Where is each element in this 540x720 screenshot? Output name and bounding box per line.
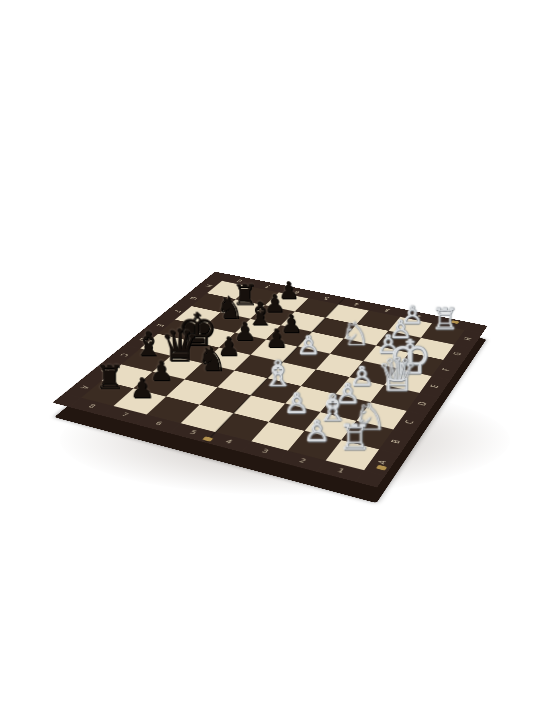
coordinate-label: G — [187, 296, 196, 300]
coordinate-label: 7 — [120, 412, 129, 417]
board-scene: ABCDEFGH8♜♝87♟♟♛♚♞♜76♞♟♟♝♟♟65♟♟54♗♙43♙♘3… — [0, 0, 540, 720]
coordinate-label: 4 — [224, 439, 233, 445]
coordinate-label: E — [430, 384, 440, 388]
coordinate-label: G — [453, 352, 462, 356]
coordinate-label: A — [78, 385, 88, 389]
coordinate-label: 6 — [154, 421, 163, 426]
coordinate-label: 2 — [298, 458, 307, 464]
coordinate-label: D — [137, 337, 147, 341]
coordinate-label: B — [391, 439, 402, 444]
coordinate-label: C — [118, 352, 128, 356]
coordinate-label: 5 — [323, 296, 330, 300]
coordinate-label: C — [405, 420, 415, 425]
coordinate-label: F — [172, 310, 181, 313]
chess-board: ABCDEFGH8♜♝87♟♟♛♚♞♜76♞♟♟♝♟♟65♟♟54♗♙43♙♘3… — [53, 272, 488, 488]
coordinate-label: 8 — [236, 279, 243, 282]
square-h2: ♙ — [389, 317, 433, 338]
board-border — [465, 322, 488, 333]
coordinate-label: 7 — [265, 284, 272, 288]
coordinate-label: 8 — [87, 404, 96, 409]
coordinate-label: 6 — [294, 290, 301, 294]
coordinate-label: 4 — [353, 302, 360, 306]
coordinate-label: 1 — [336, 468, 345, 474]
coordinate-label: 5 — [188, 430, 197, 436]
coordinate-label: 2 — [416, 314, 423, 318]
coordinate-label: 3 — [260, 448, 269, 454]
file-label-far-E: E — [143, 316, 176, 334]
coordinate-label: H — [203, 284, 212, 287]
coordinate-label: 3 — [384, 308, 391, 312]
coordinate-label: H — [464, 337, 473, 341]
coordinate-label: F — [442, 368, 451, 372]
coordinate-label: B — [99, 368, 109, 372]
product-photo-chess-set: ABCDEFGH8♜♝87♟♟♛♚♞♜76♞♟♟♝♟♟65♟♟54♗♙43♙♘3… — [0, 0, 540, 720]
rank-label-right-6: 6 — [279, 286, 315, 299]
coordinate-label: 1 — [448, 321, 455, 325]
coordinate-label: E — [155, 323, 164, 326]
coordinate-label: D — [418, 401, 428, 406]
square-e4: ♙ — [283, 347, 330, 370]
